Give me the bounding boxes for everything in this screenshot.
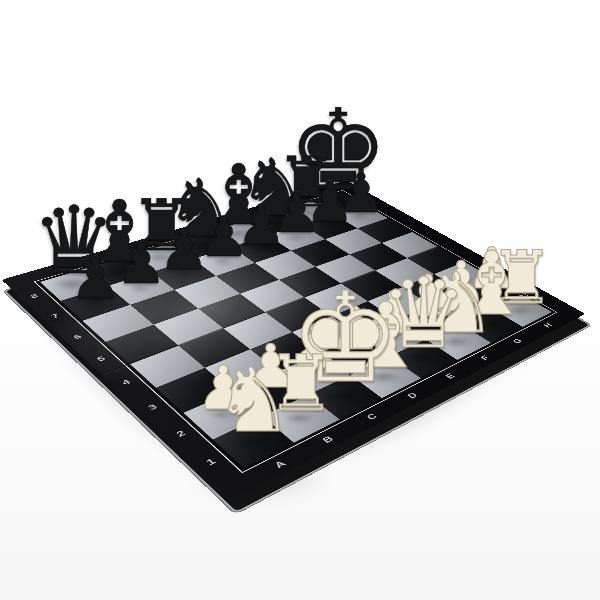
file-label-b: B	[320, 434, 336, 445]
rank-label-2: 2	[174, 429, 188, 439]
rank-label-3: 3	[146, 403, 159, 412]
file-label-e: E	[443, 372, 457, 380]
rank-label-7: 7	[49, 312, 61, 319]
rank-label-6: 6	[72, 333, 84, 341]
rank-label-4: 4	[120, 378, 133, 387]
file-label-a: A	[272, 459, 288, 471]
rank-label-1: 1	[204, 457, 219, 468]
file-label-d: D	[405, 391, 420, 400]
file-label-c: C	[364, 412, 379, 422]
rank-label-5: 5	[95, 355, 108, 363]
file-label-f: F	[479, 354, 492, 362]
rank-label-8: 8	[29, 293, 40, 300]
file-label-g: G	[511, 337, 525, 345]
product-photo-scene: ABCDEFGH12345678 ♛♝♜♞♝♞♜♚♟♟♟♟♟♟♟♟♟♟♟♟♟♟♟…	[0, 0, 600, 600]
file-label-h: H	[541, 322, 554, 329]
